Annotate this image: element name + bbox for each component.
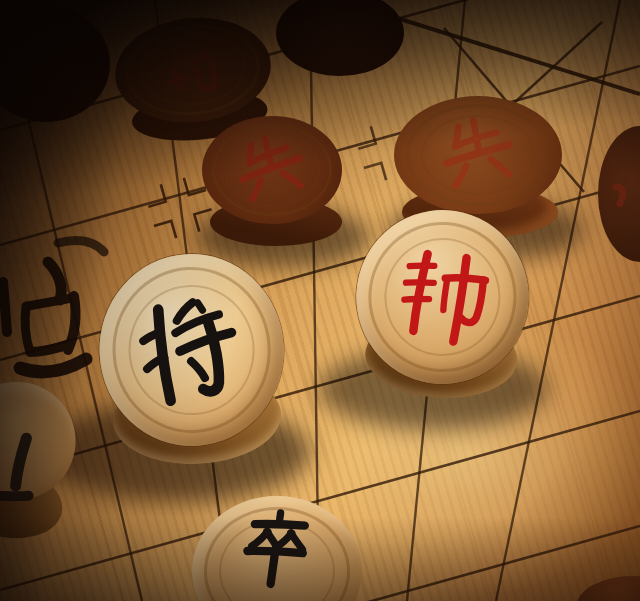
general-black-piece: 將 bbox=[95, 247, 290, 468]
soldier-black-glyph bbox=[218, 507, 332, 599]
piece-bottom-right-rim: ? bbox=[576, 576, 640, 601]
general-black-glyph bbox=[127, 281, 252, 423]
dark-piece-top-middle: ? bbox=[276, 0, 404, 76]
red-piece-right-edge: ? bbox=[598, 126, 640, 262]
scene: ? 炮 ? bbox=[0, 0, 640, 601]
soldier-black-piece: 卒 bbox=[188, 494, 366, 601]
soldier-red2-glyph bbox=[421, 109, 535, 203]
general-red-glyph bbox=[387, 238, 498, 357]
soldier-red-glyph bbox=[222, 127, 320, 214]
point-marker-partial bbox=[353, 126, 386, 185]
general-red-piece: 帥 bbox=[349, 206, 535, 405]
soldier-red-piece: 兵 bbox=[198, 116, 346, 248]
river-calligraphy-he bbox=[3, 241, 104, 372]
red-mark-glyph bbox=[603, 164, 640, 227]
dark-piece-topleft-corner: ? bbox=[0, 6, 110, 122]
board-edge-line bbox=[384, 14, 640, 94]
cannon-red-glyph bbox=[140, 34, 248, 123]
